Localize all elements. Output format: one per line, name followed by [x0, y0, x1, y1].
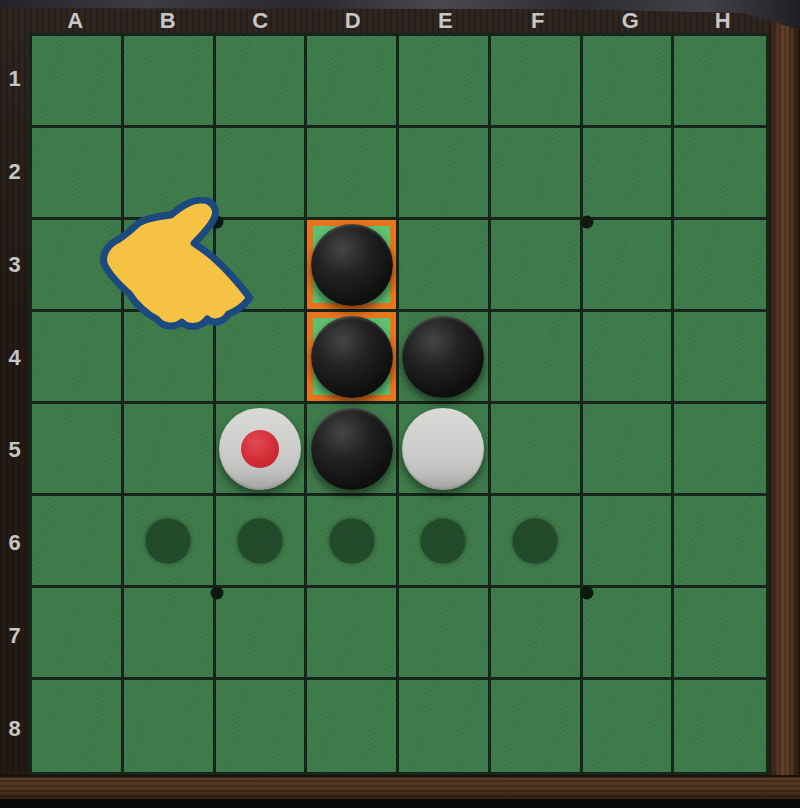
cell-H3[interactable] [674, 220, 766, 312]
cell-G5[interactable] [583, 404, 675, 496]
cell-A1[interactable] [32, 36, 124, 128]
cell-H8[interactable] [674, 680, 766, 772]
cell-H1[interactable] [674, 36, 766, 128]
cell-B7[interactable] [124, 588, 216, 680]
cell-D4[interactable] [307, 312, 399, 404]
column-label-H: H [677, 9, 770, 33]
black-disc [311, 316, 393, 398]
cell-G7[interactable] [583, 588, 675, 680]
row-label-6: 6 [0, 497, 29, 590]
cell-B1[interactable] [124, 36, 216, 128]
cell-G8[interactable] [583, 680, 675, 772]
black-disc [311, 408, 393, 490]
cell-B6[interactable] [124, 496, 216, 588]
cell-F3[interactable] [491, 220, 583, 312]
cell-G3[interactable] [583, 220, 675, 312]
column-label-D: D [307, 9, 400, 33]
cell-D2[interactable] [307, 128, 399, 220]
cell-B5[interactable] [124, 404, 216, 496]
cell-A7[interactable] [32, 588, 124, 680]
column-label-G: G [584, 9, 677, 33]
row-label-5: 5 [0, 404, 29, 497]
legal-move-hint[interactable] [329, 518, 374, 563]
cell-G4[interactable] [583, 312, 675, 404]
cell-F4[interactable] [491, 312, 583, 404]
star-point [581, 215, 594, 228]
hand-pointing-left-icon [100, 197, 272, 337]
cell-A6[interactable] [32, 496, 124, 588]
cell-F5[interactable] [491, 404, 583, 496]
black-disc [311, 224, 393, 306]
row-label-3: 3 [0, 219, 29, 312]
cell-H2[interactable] [674, 128, 766, 220]
cell-D3[interactable] [307, 220, 399, 312]
cell-E7[interactable] [399, 588, 491, 680]
legal-move-hint[interactable] [146, 518, 191, 563]
column-label-E: E [399, 9, 492, 33]
cell-E8[interactable] [399, 680, 491, 772]
cell-B8[interactable] [124, 680, 216, 772]
cell-C8[interactable] [216, 680, 308, 772]
cell-E3[interactable] [399, 220, 491, 312]
cell-D8[interactable] [307, 680, 399, 772]
row-label-1: 1 [0, 33, 29, 126]
white-disc [402, 408, 484, 490]
row-label-4: 4 [0, 311, 29, 404]
othello-app-screen: ABCDEFGH 12345678 [0, 0, 800, 808]
cell-D7[interactable] [307, 588, 399, 680]
cell-G2[interactable] [583, 128, 675, 220]
column-label-C: C [214, 9, 307, 33]
cell-E4[interactable] [399, 312, 491, 404]
cell-A5[interactable] [32, 404, 124, 496]
star-point [581, 586, 594, 599]
board-grid [32, 36, 766, 772]
column-label-A: A [29, 9, 122, 33]
board-frame-right-edge [769, 0, 800, 775]
black-disc [402, 316, 484, 398]
cell-C6[interactable] [216, 496, 308, 588]
cell-G1[interactable] [583, 36, 675, 128]
row-labels: 12345678 [0, 33, 29, 775]
cell-E6[interactable] [399, 496, 491, 588]
table-shadow-strip [0, 799, 800, 808]
cell-H6[interactable] [674, 496, 766, 588]
othello-board [29, 33, 769, 775]
legal-move-hint[interactable] [513, 518, 558, 563]
cell-E2[interactable] [399, 128, 491, 220]
last-move-marker [241, 430, 279, 468]
star-point [211, 586, 224, 599]
cell-C7[interactable] [216, 588, 308, 680]
cell-F6[interactable] [491, 496, 583, 588]
cell-D6[interactable] [307, 496, 399, 588]
board-frame-bottom-edge [0, 775, 800, 799]
row-label-7: 7 [0, 590, 29, 683]
cell-D1[interactable] [307, 36, 399, 128]
cell-H5[interactable] [674, 404, 766, 496]
legal-move-hint[interactable] [421, 518, 466, 563]
cell-D5[interactable] [307, 404, 399, 496]
row-label-8: 8 [0, 682, 29, 775]
cell-A8[interactable] [32, 680, 124, 772]
cell-F7[interactable] [491, 588, 583, 680]
cell-F2[interactable] [491, 128, 583, 220]
cell-H4[interactable] [674, 312, 766, 404]
column-labels: ABCDEFGH [29, 9, 769, 33]
legal-move-hint[interactable] [237, 518, 282, 563]
column-label-F: F [492, 9, 585, 33]
cell-C5[interactable] [216, 404, 308, 496]
cell-F8[interactable] [491, 680, 583, 772]
cell-E5[interactable] [399, 404, 491, 496]
cell-E1[interactable] [399, 36, 491, 128]
cell-C1[interactable] [216, 36, 308, 128]
cell-H7[interactable] [674, 588, 766, 680]
white-disc [219, 408, 301, 490]
cell-F1[interactable] [491, 36, 583, 128]
column-label-B: B [122, 9, 215, 33]
cell-G6[interactable] [583, 496, 675, 588]
row-label-2: 2 [0, 126, 29, 219]
